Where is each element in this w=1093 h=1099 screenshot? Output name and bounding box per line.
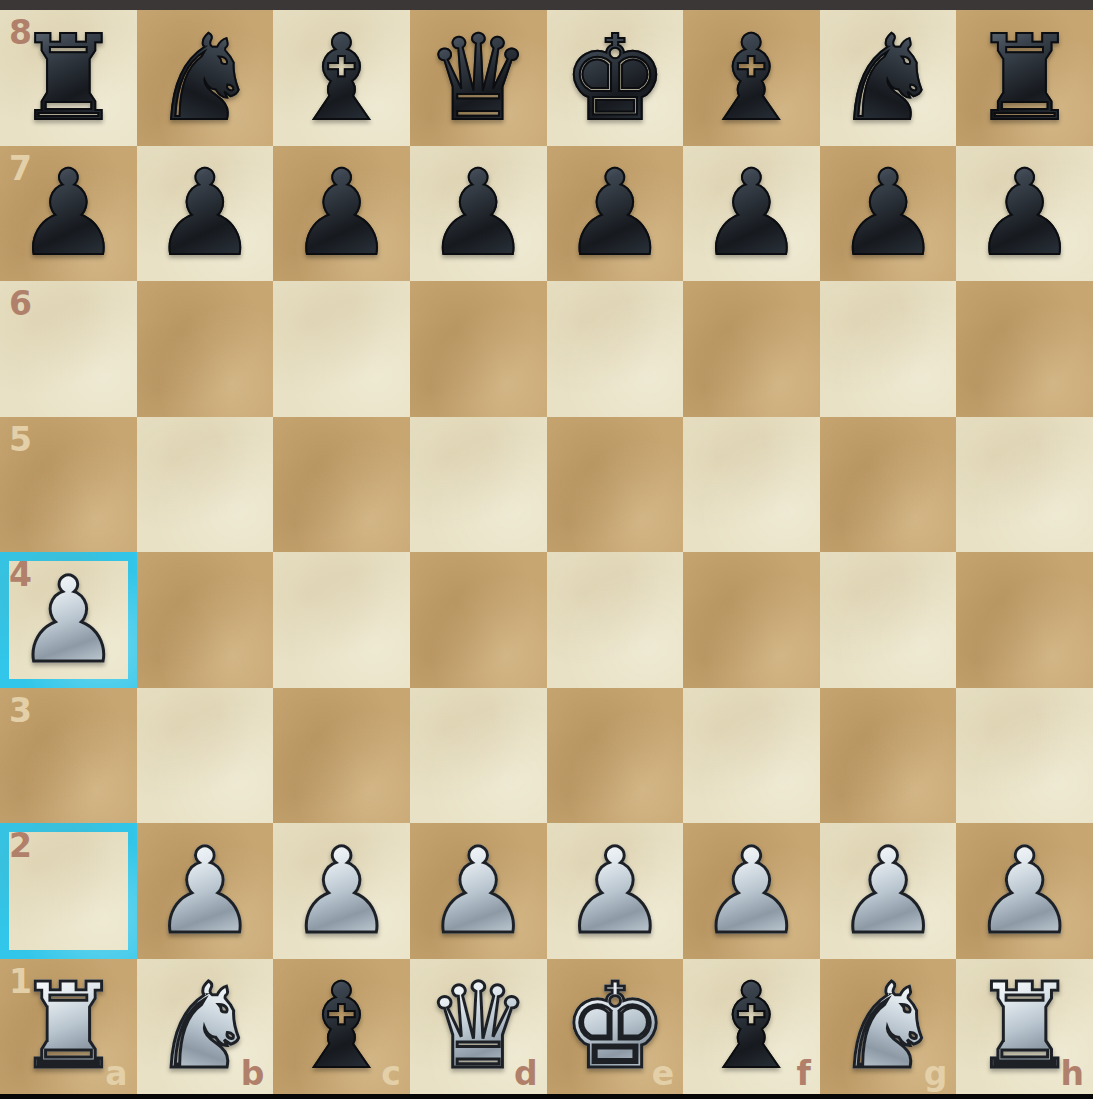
- piece-black-pawn[interactable]: ♟: [273, 146, 410, 282]
- square-d8[interactable]: ♛: [410, 10, 547, 146]
- square-b1[interactable]: b♞: [137, 959, 274, 1095]
- square-a3[interactable]: 3: [0, 688, 137, 824]
- square-f4[interactable]: [683, 552, 820, 688]
- square-e2[interactable]: ♟: [547, 823, 684, 959]
- white-bishop-icon: ♝: [289, 967, 395, 1085]
- piece-black-pawn[interactable]: ♟: [820, 146, 957, 282]
- black-pawn-icon: ♟: [562, 154, 668, 272]
- piece-black-pawn[interactable]: ♟: [547, 146, 684, 282]
- square-e7[interactable]: ♟: [547, 146, 684, 282]
- square-f1[interactable]: f♝: [683, 959, 820, 1095]
- rank-label-2: 2: [9, 829, 32, 862]
- square-g5[interactable]: [820, 417, 957, 553]
- square-f2[interactable]: ♟: [683, 823, 820, 959]
- square-e6[interactable]: [547, 281, 684, 417]
- square-a1[interactable]: 1a♜: [0, 959, 137, 1095]
- square-h8[interactable]: ♜: [956, 10, 1093, 146]
- piece-white-pawn[interactable]: ♟: [273, 823, 410, 959]
- square-b7[interactable]: ♟: [137, 146, 274, 282]
- square-f5[interactable]: [683, 417, 820, 553]
- black-rook-icon: ♜: [972, 19, 1078, 137]
- black-pawn-icon: ♟: [425, 154, 531, 272]
- piece-white-pawn[interactable]: ♟: [820, 823, 957, 959]
- white-bishop-icon: ♝: [699, 967, 805, 1085]
- piece-black-pawn[interactable]: ♟: [0, 146, 137, 282]
- rank-label-5: 5: [9, 423, 32, 456]
- black-bishop-icon: ♝: [699, 19, 805, 137]
- square-g2[interactable]: ♟: [820, 823, 957, 959]
- square-c7[interactable]: ♟: [273, 146, 410, 282]
- white-knight-icon: ♞: [152, 967, 258, 1085]
- square-d6[interactable]: [410, 281, 547, 417]
- piece-black-rook[interactable]: ♜: [956, 10, 1093, 146]
- square-c4[interactable]: [273, 552, 410, 688]
- white-pawn-icon: ♟: [972, 832, 1078, 950]
- piece-white-pawn[interactable]: ♟: [0, 552, 137, 688]
- piece-white-pawn[interactable]: ♟: [137, 823, 274, 959]
- black-pawn-icon: ♟: [972, 154, 1078, 272]
- square-f6[interactable]: [683, 281, 820, 417]
- white-king-icon: ♚: [562, 967, 668, 1085]
- square-c1[interactable]: c♝: [273, 959, 410, 1095]
- square-b6[interactable]: [137, 281, 274, 417]
- square-e4[interactable]: [547, 552, 684, 688]
- square-d5[interactable]: [410, 417, 547, 553]
- square-f8[interactable]: ♝: [683, 10, 820, 146]
- black-pawn-icon: ♟: [699, 154, 805, 272]
- piece-black-bishop[interactable]: ♝: [273, 10, 410, 146]
- square-g8[interactable]: ♞: [820, 10, 957, 146]
- square-f7[interactable]: ♟: [683, 146, 820, 282]
- square-g3[interactable]: [820, 688, 957, 824]
- square-d1[interactable]: d♛: [410, 959, 547, 1095]
- black-pawn-icon: ♟: [835, 154, 941, 272]
- piece-black-pawn[interactable]: ♟: [410, 146, 547, 282]
- white-rook-icon: ♜: [972, 967, 1078, 1085]
- black-knight-icon: ♞: [835, 19, 941, 137]
- square-h3[interactable]: [956, 688, 1093, 824]
- piece-black-bishop[interactable]: ♝: [683, 10, 820, 146]
- square-d4[interactable]: [410, 552, 547, 688]
- square-e5[interactable]: [547, 417, 684, 553]
- square-d2[interactable]: ♟: [410, 823, 547, 959]
- piece-black-queen[interactable]: ♛: [410, 10, 547, 146]
- piece-white-rook[interactable]: ♜: [0, 959, 137, 1095]
- white-pawn-icon: ♟: [289, 832, 395, 950]
- square-g4[interactable]: [820, 552, 957, 688]
- black-pawn-icon: ♟: [152, 154, 258, 272]
- square-d7[interactable]: ♟: [410, 146, 547, 282]
- square-h2[interactable]: ♟: [956, 823, 1093, 959]
- black-queen-icon: ♛: [425, 19, 531, 137]
- piece-white-pawn[interactable]: ♟: [683, 823, 820, 959]
- square-e8[interactable]: ♚: [547, 10, 684, 146]
- square-f3[interactable]: [683, 688, 820, 824]
- white-pawn-icon: ♟: [15, 561, 121, 679]
- white-rook-icon: ♜: [15, 967, 121, 1085]
- square-a5[interactable]: 5: [0, 417, 137, 553]
- square-a4[interactable]: 4♟: [0, 552, 137, 688]
- square-c5[interactable]: [273, 417, 410, 553]
- piece-white-rook[interactable]: ♜: [956, 959, 1093, 1095]
- white-pawn-icon: ♟: [152, 832, 258, 950]
- piece-white-pawn[interactable]: ♟: [547, 823, 684, 959]
- white-knight-icon: ♞: [835, 967, 941, 1085]
- piece-black-king[interactable]: ♚: [547, 10, 684, 146]
- square-b4[interactable]: [137, 552, 274, 688]
- square-a2[interactable]: 2: [0, 823, 137, 959]
- square-c8[interactable]: ♝: [273, 10, 410, 146]
- white-pawn-icon: ♟: [699, 832, 805, 950]
- chess-board: 8♜♞♝♛♚♝♞♜7♟♟♟♟♟♟♟♟654♟32♟♟♟♟♟♟♟1a♜b♞c♝d♛…: [0, 10, 1093, 1094]
- square-b3[interactable]: [137, 688, 274, 824]
- white-pawn-icon: ♟: [562, 832, 668, 950]
- black-pawn-icon: ♟: [289, 154, 395, 272]
- piece-black-pawn[interactable]: ♟: [137, 146, 274, 282]
- square-b8[interactable]: ♞: [137, 10, 274, 146]
- black-bishop-icon: ♝: [289, 19, 395, 137]
- piece-white-pawn[interactable]: ♟: [956, 823, 1093, 959]
- piece-white-knight[interactable]: ♞: [820, 959, 957, 1095]
- square-b5[interactable]: [137, 417, 274, 553]
- square-h1[interactable]: h♜: [956, 959, 1093, 1095]
- piece-white-bishop[interactable]: ♝: [273, 959, 410, 1095]
- square-c2[interactable]: ♟: [273, 823, 410, 959]
- piece-black-pawn[interactable]: ♟: [956, 146, 1093, 282]
- piece-white-pawn[interactable]: ♟: [410, 823, 547, 959]
- rank-label-3: 3: [9, 694, 32, 727]
- white-pawn-icon: ♟: [425, 832, 531, 950]
- black-pawn-icon: ♟: [15, 154, 121, 272]
- piece-black-knight[interactable]: ♞: [820, 10, 957, 146]
- piece-white-knight[interactable]: ♞: [137, 959, 274, 1095]
- square-e1[interactable]: e♚: [547, 959, 684, 1095]
- square-g6[interactable]: [820, 281, 957, 417]
- piece-black-knight[interactable]: ♞: [137, 10, 274, 146]
- piece-black-pawn[interactable]: ♟: [683, 146, 820, 282]
- square-g1[interactable]: g♞: [820, 959, 957, 1095]
- piece-white-queen[interactable]: ♛: [410, 959, 547, 1095]
- white-pawn-icon: ♟: [835, 832, 941, 950]
- square-c3[interactable]: [273, 688, 410, 824]
- rank-label-6: 6: [9, 287, 32, 320]
- square-a8[interactable]: 8♜: [0, 10, 137, 146]
- black-king-icon: ♚: [562, 19, 668, 137]
- piece-white-bishop[interactable]: ♝: [683, 959, 820, 1095]
- piece-black-rook[interactable]: ♜: [0, 10, 137, 146]
- black-knight-icon: ♞: [152, 19, 258, 137]
- piece-white-king[interactable]: ♚: [547, 959, 684, 1095]
- white-queen-icon: ♛: [425, 967, 531, 1085]
- square-a7[interactable]: 7♟: [0, 146, 137, 282]
- square-e3[interactable]: [547, 688, 684, 824]
- square-h6[interactable]: [956, 281, 1093, 417]
- square-d3[interactable]: [410, 688, 547, 824]
- window-bottom-bar: [0, 1094, 1093, 1099]
- square-h7[interactable]: ♟: [956, 146, 1093, 282]
- window-top-bar: [0, 0, 1093, 10]
- square-g7[interactable]: ♟: [820, 146, 957, 282]
- square-c6[interactable]: [273, 281, 410, 417]
- square-h4[interactable]: [956, 552, 1093, 688]
- black-rook-icon: ♜: [15, 19, 121, 137]
- square-a6[interactable]: 6: [0, 281, 137, 417]
- square-b2[interactable]: ♟: [137, 823, 274, 959]
- square-h5[interactable]: [956, 417, 1093, 553]
